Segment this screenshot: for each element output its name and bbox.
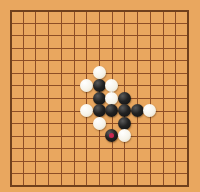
last-move-marker bbox=[109, 133, 114, 138]
board-grid-line bbox=[163, 12, 164, 185]
stone-black bbox=[93, 104, 106, 117]
game-stage bbox=[0, 0, 200, 192]
stone-black bbox=[93, 92, 106, 105]
stone-black bbox=[118, 117, 131, 130]
stone-black bbox=[131, 104, 144, 117]
stone-white bbox=[93, 66, 106, 79]
stone-white bbox=[93, 117, 106, 130]
board-grid-line bbox=[12, 136, 187, 137]
board-grid-line bbox=[175, 12, 176, 185]
board-grid-line bbox=[12, 148, 187, 149]
board-grid-line bbox=[150, 12, 151, 185]
stone-black bbox=[93, 79, 106, 92]
stone-white bbox=[105, 92, 118, 105]
board-grid-line bbox=[137, 12, 138, 185]
stone-black bbox=[118, 104, 131, 117]
stone-white bbox=[80, 104, 93, 117]
stone-white bbox=[80, 79, 93, 92]
stone-black bbox=[118, 92, 131, 105]
board-grid-line bbox=[12, 161, 187, 162]
board-grid-line bbox=[12, 173, 187, 174]
